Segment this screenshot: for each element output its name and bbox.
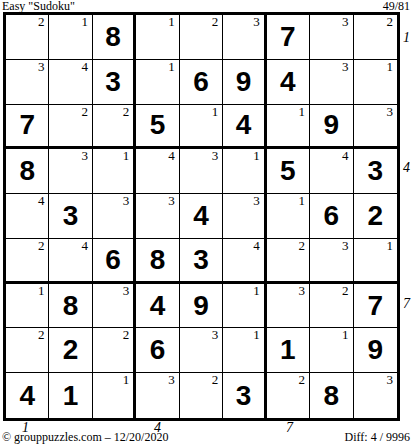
cell-r9c7[interactable]: 2 — [267, 373, 310, 418]
given-digit: 9 — [193, 292, 209, 320]
pencil-mark: 2 — [38, 15, 45, 29]
cell-r4c9[interactable]: 3 — [354, 149, 397, 194]
given-digit: 1 — [63, 382, 79, 410]
pencil-mark: 1 — [253, 149, 260, 163]
given-digit: 3 — [193, 246, 209, 274]
pencil-mark: 4 — [38, 194, 45, 208]
cell-r8c4[interactable]: 6 — [136, 328, 179, 373]
cell-r7c8[interactable]: 2 — [310, 284, 353, 329]
cell-r4c6[interactable]: 1 — [223, 149, 266, 194]
given-digit: 7 — [280, 23, 296, 51]
cell-r5c4[interactable]: 3 — [136, 194, 179, 239]
cell-r6c5[interactable]: 3 — [180, 239, 223, 284]
cell-r6c4[interactable]: 8 — [136, 239, 179, 284]
sudoku-board: 2181237323431694317225141938314315434333… — [3, 12, 400, 421]
cell-r5c1[interactable]: 4 — [6, 194, 49, 239]
cell-r3c6[interactable]: 4 — [223, 105, 266, 150]
given-digit: 4 — [280, 68, 296, 96]
pencil-mark: 2 — [38, 239, 45, 253]
given-digit: 6 — [105, 246, 121, 274]
cell-r8c3[interactable]: 2 — [93, 328, 136, 373]
cell-r6c2[interactable]: 4 — [49, 239, 92, 284]
given-digit: 1 — [280, 336, 296, 364]
cell-r3c5[interactable]: 1 — [180, 105, 223, 150]
pencil-mark: 1 — [81, 15, 88, 29]
cell-r4c5[interactable]: 3 — [180, 149, 223, 194]
pencil-mark: 3 — [168, 373, 175, 387]
pencil-mark: 1 — [38, 284, 45, 298]
pencil-mark: 3 — [253, 15, 260, 29]
cell-r6c8[interactable]: 3 — [310, 239, 353, 284]
pencil-mark: 1 — [386, 60, 393, 74]
given-digit: 5 — [150, 111, 166, 139]
cell-r9c9[interactable]: 3 — [354, 373, 397, 418]
cell-r7c5[interactable]: 9 — [180, 284, 223, 329]
cell-r8c5[interactable]: 3 — [180, 328, 223, 373]
row-band-label-7: 7 — [403, 296, 410, 312]
cell-r3c2[interactable]: 2 — [49, 105, 92, 150]
pencil-mark: 3 — [386, 105, 393, 119]
cell-r9c4[interactable]: 3 — [136, 373, 179, 418]
given-digit: 4 — [193, 202, 209, 230]
cell-r1c6[interactable]: 3 — [223, 15, 266, 60]
given-digit: 7 — [367, 292, 383, 320]
pencil-mark: 2 — [212, 373, 219, 387]
given-digit: 8 — [324, 382, 340, 410]
pencil-mark: 3 — [253, 194, 260, 208]
cell-r1c7[interactable]: 7 — [267, 15, 310, 60]
pencil-mark: 2 — [212, 15, 219, 29]
cell-r6c3[interactable]: 6 — [93, 239, 136, 284]
cell-r7c4[interactable]: 4 — [136, 284, 179, 329]
given-digit: 8 — [63, 292, 79, 320]
given-digit: 4 — [19, 382, 35, 410]
cell-r1c5[interactable]: 2 — [180, 15, 223, 60]
given-digit: 7 — [19, 111, 35, 139]
cell-r2c7[interactable]: 4 — [267, 60, 310, 105]
pencil-mark: 1 — [253, 284, 260, 298]
pencil-mark: 4 — [81, 60, 88, 74]
cell-r8c2[interactable]: 2 — [49, 328, 92, 373]
cell-r3c3[interactable]: 2 — [93, 105, 136, 150]
pencil-mark: 3 — [342, 15, 349, 29]
pencil-mark: 3 — [168, 194, 175, 208]
row-band-label-1: 1 — [403, 30, 410, 46]
cell-r4c3[interactable]: 1 — [93, 149, 136, 194]
cell-r7c7[interactable]: 3 — [267, 284, 310, 329]
cell-r5c7[interactable]: 1 — [267, 194, 310, 239]
cell-r2c8[interactable]: 3 — [310, 60, 353, 105]
given-digit: 9 — [236, 68, 252, 96]
pencil-mark: 4 — [81, 239, 88, 253]
pencil-mark: 3 — [123, 194, 130, 208]
given-digit: 9 — [367, 336, 383, 364]
given-digit: 3 — [367, 157, 383, 185]
cell-r4c7[interactable]: 5 — [267, 149, 310, 194]
pencil-mark: 1 — [212, 105, 219, 119]
cell-r1c3[interactable]: 8 — [93, 15, 136, 60]
cell-r2c5[interactable]: 6 — [180, 60, 223, 105]
pencil-mark: 4 — [168, 149, 175, 163]
given-digit: 3 — [105, 68, 121, 96]
cell-r4c8[interactable]: 4 — [310, 149, 353, 194]
pencil-mark: 1 — [253, 328, 260, 342]
row-band-label-4: 4 — [403, 160, 410, 176]
cell-r5c2[interactable]: 3 — [49, 194, 92, 239]
given-digit: 9 — [324, 111, 340, 139]
cell-r9c8[interactable]: 8 — [310, 373, 353, 418]
copyright-date: © grouppuzzles.com – 12/20/2020 — [2, 430, 168, 445]
col-band-label-7: 7 — [286, 420, 293, 436]
cell-r6c1[interactable]: 2 — [6, 239, 49, 284]
cell-r7c1[interactable]: 1 — [6, 284, 49, 329]
cell-r9c5[interactable]: 2 — [180, 373, 223, 418]
cell-r2c4[interactable]: 1 — [136, 60, 179, 105]
given-digit: 8 — [19, 157, 35, 185]
difficulty-label: Diff: 4 / 9996 — [345, 430, 410, 445]
cell-r5c6[interactable]: 3 — [223, 194, 266, 239]
cell-r9c6[interactable]: 3 — [223, 373, 266, 418]
pencil-mark: 3 — [299, 284, 306, 298]
cell-r8c1[interactable]: 2 — [6, 328, 49, 373]
cell-r8c6[interactable]: 1 — [223, 328, 266, 373]
pencil-mark: 2 — [38, 328, 45, 342]
given-digit: 2 — [63, 336, 79, 364]
cell-r7c2[interactable]: 8 — [49, 284, 92, 329]
pencil-mark: 2 — [123, 328, 130, 342]
given-digit: 8 — [150, 246, 166, 274]
pencil-mark: 3 — [38, 60, 45, 74]
cell-r7c6[interactable]: 1 — [223, 284, 266, 329]
pencil-mark: 2 — [386, 15, 393, 29]
pencil-mark: 3 — [342, 239, 349, 253]
cell-r2c9[interactable]: 1 — [354, 60, 397, 105]
given-digit: 3 — [236, 382, 252, 410]
cell-r1c2[interactable]: 1 — [49, 15, 92, 60]
cell-r1c1[interactable]: 2 — [6, 15, 49, 60]
pencil-mark: 3 — [342, 60, 349, 74]
given-digit: 4 — [236, 111, 252, 139]
pencil-mark: 2 — [81, 105, 88, 119]
pencil-mark: 4 — [342, 149, 349, 163]
given-digit: 6 — [324, 202, 340, 230]
given-digit: 8 — [105, 23, 121, 51]
cell-r7c9[interactable]: 7 — [354, 284, 397, 329]
pencil-mark: 1 — [123, 149, 130, 163]
cell-r9c3[interactable]: 1 — [93, 373, 136, 418]
cell-r3c8[interactable]: 9 — [310, 105, 353, 150]
pencil-mark: 3 — [212, 328, 219, 342]
pencil-mark: 3 — [81, 149, 88, 163]
given-digit: 4 — [150, 292, 166, 320]
given-digit: 2 — [367, 202, 383, 230]
pencil-mark: 3 — [386, 373, 393, 387]
cell-r4c2[interactable]: 3 — [49, 149, 92, 194]
cell-r3c7[interactable]: 1 — [267, 105, 310, 150]
pencil-mark: 4 — [253, 239, 260, 253]
cell-r1c8[interactable]: 3 — [310, 15, 353, 60]
pencil-mark: 1 — [123, 373, 130, 387]
pencil-mark: 1 — [168, 15, 175, 29]
cell-r8c7[interactable]: 1 — [267, 328, 310, 373]
cell-r7c3[interactable]: 3 — [93, 284, 136, 329]
cell-r6c7[interactable]: 2 — [267, 239, 310, 284]
cell-r2c2[interactable]: 4 — [49, 60, 92, 105]
cell-r9c2[interactable]: 1 — [49, 373, 92, 418]
cell-r3c1[interactable]: 7 — [6, 105, 49, 150]
cell-r8c8[interactable]: 1 — [310, 328, 353, 373]
cell-r5c9[interactable]: 2 — [354, 194, 397, 239]
given-digit: 3 — [63, 202, 79, 230]
cell-r5c3[interactable]: 3 — [93, 194, 136, 239]
pencil-mark: 2 — [123, 105, 130, 119]
cell-r3c4[interactable]: 5 — [136, 105, 179, 150]
cell-r2c1[interactable]: 3 — [6, 60, 49, 105]
pencil-mark: 2 — [299, 239, 306, 253]
cell-r4c4[interactable]: 4 — [136, 149, 179, 194]
given-digit: 6 — [193, 68, 209, 96]
cell-r5c8[interactable]: 6 — [310, 194, 353, 239]
pencil-mark: 1 — [299, 105, 306, 119]
cell-r1c4[interactable]: 1 — [136, 15, 179, 60]
pencil-mark: 2 — [342, 284, 349, 298]
cell-r3c9[interactable]: 3 — [354, 105, 397, 150]
cell-r1c9[interactable]: 2 — [354, 15, 397, 60]
cell-r2c3[interactable]: 3 — [93, 60, 136, 105]
cell-r8c9[interactable]: 9 — [354, 328, 397, 373]
given-digit: 5 — [280, 157, 296, 185]
pencil-mark: 1 — [342, 328, 349, 342]
cell-r5c5[interactable]: 4 — [180, 194, 223, 239]
cell-r6c9[interactable]: 1 — [354, 239, 397, 284]
cell-r4c1[interactable]: 8 — [6, 149, 49, 194]
cell-r9c1[interactable]: 4 — [6, 373, 49, 418]
cell-r6c6[interactable]: 4 — [223, 239, 266, 284]
pencil-mark: 1 — [299, 194, 306, 208]
pencil-mark: 1 — [168, 60, 175, 74]
pencil-mark: 2 — [299, 373, 306, 387]
pencil-mark: 1 — [386, 239, 393, 253]
pencil-mark: 3 — [212, 149, 219, 163]
cell-r2c6[interactable]: 9 — [223, 60, 266, 105]
given-digit: 6 — [150, 336, 166, 364]
pencil-mark: 3 — [123, 284, 130, 298]
